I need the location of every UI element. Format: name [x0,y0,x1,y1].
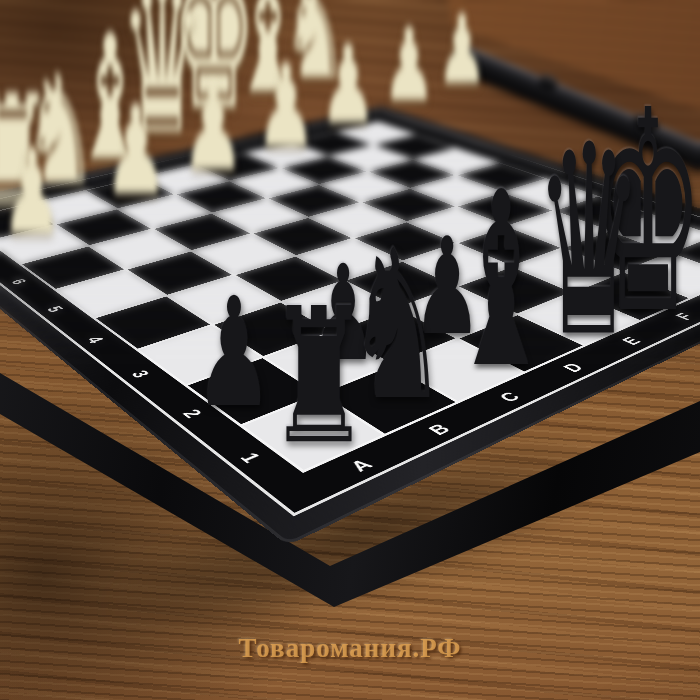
piece-white-queen-d8: ♛ [120,0,204,163]
piece-white-knight-g8: ♞ [282,0,347,97]
hinge-knob [632,112,653,131]
watermark: Товаромания.РФ [238,633,461,664]
product-photo: ABCDEFGH12345678 ♞♟♝♟♚♟♛♟♝♟♞♟♜♟♚♟♛♟♝♞♟♜ … [0,0,700,700]
hinge-knob [538,73,559,92]
piece-white-bishop-f8: ♝ [232,0,304,117]
piece-white-king-e8: ♚ [171,0,256,140]
piece-white-pawn-f7: ♟ [383,15,436,116]
piece-white-bishop-c8: ♝ [73,12,147,185]
